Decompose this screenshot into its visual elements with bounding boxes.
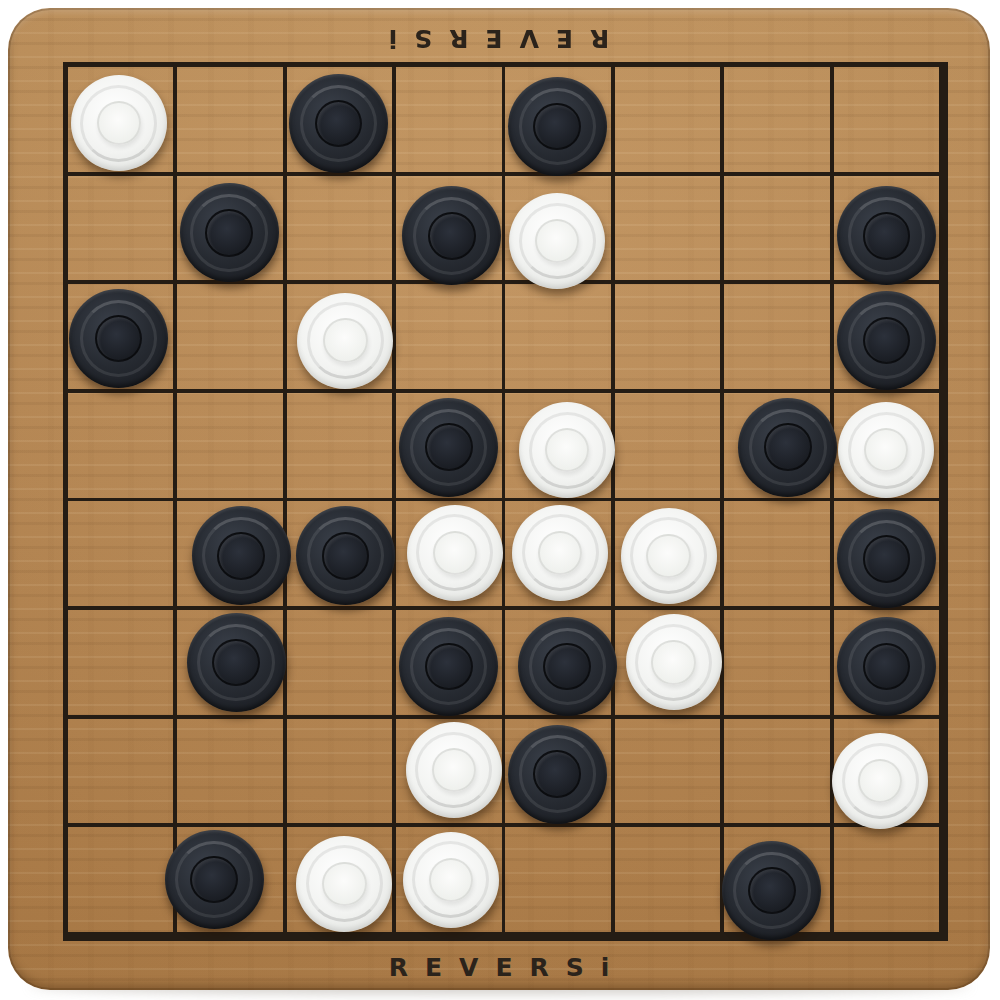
disc-black-h6[interactable] bbox=[837, 617, 936, 716]
disc-black-d6[interactable] bbox=[399, 617, 498, 716]
disc-white-e5[interactable] bbox=[512, 505, 608, 601]
disc-black-h3[interactable] bbox=[837, 291, 936, 390]
disc-white-d8[interactable] bbox=[403, 832, 499, 928]
board-title-top: REVERSi bbox=[8, 24, 990, 52]
reversi-board: REVERSi REVERSi bbox=[8, 8, 990, 990]
disc-white-d5[interactable] bbox=[407, 505, 503, 601]
disc-white-c8[interactable] bbox=[296, 836, 392, 932]
reversi-screenshot: REVERSi REVERSi bbox=[0, 0, 1000, 1000]
disc-black-b5[interactable] bbox=[192, 506, 291, 605]
disc-black-e1[interactable] bbox=[508, 77, 607, 176]
disc-black-c5[interactable] bbox=[296, 506, 395, 605]
disc-white-a1[interactable] bbox=[71, 75, 167, 171]
disc-black-b6[interactable] bbox=[187, 613, 286, 712]
disc-white-e2[interactable] bbox=[509, 193, 605, 289]
disc-white-h4[interactable] bbox=[838, 402, 934, 498]
piece-layer bbox=[68, 67, 943, 936]
disc-black-h2[interactable] bbox=[837, 186, 936, 285]
disc-white-e4[interactable] bbox=[519, 402, 615, 498]
disc-black-g8[interactable] bbox=[722, 841, 821, 940]
disc-white-d7[interactable] bbox=[406, 722, 502, 818]
disc-black-d2[interactable] bbox=[402, 186, 501, 285]
disc-black-b2[interactable] bbox=[180, 183, 279, 282]
disc-white-h7[interactable] bbox=[832, 733, 928, 829]
disc-black-d4[interactable] bbox=[399, 398, 498, 497]
disc-black-g4[interactable] bbox=[738, 398, 837, 497]
disc-black-e7[interactable] bbox=[508, 725, 607, 824]
disc-black-a3[interactable] bbox=[69, 289, 168, 388]
disc-white-f6[interactable] bbox=[626, 614, 722, 710]
board-grid bbox=[63, 62, 948, 941]
disc-black-h5[interactable] bbox=[837, 509, 936, 608]
disc-black-c1[interactable] bbox=[289, 74, 388, 173]
disc-black-e6[interactable] bbox=[518, 617, 617, 716]
disc-white-f5[interactable] bbox=[621, 508, 717, 604]
disc-black-b8[interactable] bbox=[165, 830, 264, 929]
disc-white-c3[interactable] bbox=[297, 293, 393, 389]
board-title-bottom: REVERSi bbox=[8, 954, 990, 982]
